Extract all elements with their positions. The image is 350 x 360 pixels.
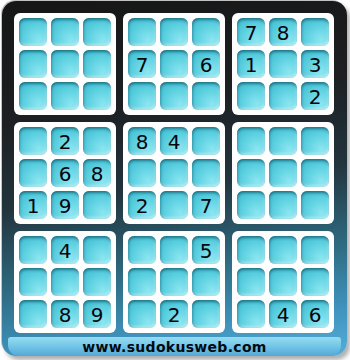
cell-r6c4: 2 bbox=[128, 191, 156, 219]
cell-r4c2: 2 bbox=[51, 127, 79, 155]
cell-r4c4: 8 bbox=[128, 127, 156, 155]
cell-r9c1[interactable] bbox=[19, 300, 47, 328]
cell-r3c7[interactable] bbox=[237, 82, 265, 110]
cell-r4c3[interactable] bbox=[83, 127, 111, 155]
cell-r6c3[interactable] bbox=[83, 191, 111, 219]
cell-r7c1[interactable] bbox=[19, 236, 47, 264]
cell-r6c8[interactable] bbox=[269, 191, 297, 219]
cell-r8c1[interactable] bbox=[19, 268, 47, 296]
cell-r3c9: 2 bbox=[301, 82, 329, 110]
cell-r9c2: 8 bbox=[51, 300, 79, 328]
cell-r7c6: 5 bbox=[192, 236, 220, 264]
cell-r6c5[interactable] bbox=[160, 191, 188, 219]
cell-r3c4[interactable] bbox=[128, 82, 156, 110]
cell-r7c3[interactable] bbox=[83, 236, 111, 264]
cell-r6c1: 1 bbox=[19, 191, 47, 219]
cell-r3c6[interactable] bbox=[192, 82, 220, 110]
cell-r7c4[interactable] bbox=[128, 236, 156, 264]
box-5: 8427 bbox=[123, 122, 225, 224]
box-4: 26819 bbox=[14, 122, 116, 224]
cell-r5c5[interactable] bbox=[160, 159, 188, 187]
cell-r9c3: 9 bbox=[83, 300, 111, 328]
box-1 bbox=[14, 13, 116, 115]
sudoku-frame: 76781322681984274895246 www.sudokusweb.c… bbox=[2, 1, 347, 356]
cell-r1c5[interactable] bbox=[160, 18, 188, 46]
cell-r1c6[interactable] bbox=[192, 18, 220, 46]
cell-r6c9[interactable] bbox=[301, 191, 329, 219]
cell-r7c5[interactable] bbox=[160, 236, 188, 264]
cell-r9c4[interactable] bbox=[128, 300, 156, 328]
cell-r7c8[interactable] bbox=[269, 236, 297, 264]
cell-r4c7[interactable] bbox=[237, 127, 265, 155]
box-8: 52 bbox=[123, 231, 225, 333]
cell-r5c4[interactable] bbox=[128, 159, 156, 187]
cell-r8c3[interactable] bbox=[83, 268, 111, 296]
cell-r4c1[interactable] bbox=[19, 127, 47, 155]
cell-r9c6[interactable] bbox=[192, 300, 220, 328]
cell-r5c6[interactable] bbox=[192, 159, 220, 187]
cell-r3c1[interactable] bbox=[19, 82, 47, 110]
cell-r2c8[interactable] bbox=[269, 50, 297, 78]
cell-r1c3[interactable] bbox=[83, 18, 111, 46]
cell-r8c6[interactable] bbox=[192, 268, 220, 296]
box-9: 46 bbox=[232, 231, 334, 333]
cell-r2c9: 3 bbox=[301, 50, 329, 78]
website-link[interactable]: www.sudokusweb.com bbox=[82, 339, 266, 355]
cell-r5c2: 6 bbox=[51, 159, 79, 187]
cell-r6c2: 9 bbox=[51, 191, 79, 219]
cell-r6c7[interactable] bbox=[237, 191, 265, 219]
sudoku-board: 76781322681984274895246 bbox=[14, 13, 334, 333]
cell-r4c9[interactable] bbox=[301, 127, 329, 155]
cell-r8c4[interactable] bbox=[128, 268, 156, 296]
cell-r7c2: 4 bbox=[51, 236, 79, 264]
cell-r6c6: 7 bbox=[192, 191, 220, 219]
box-2: 76 bbox=[123, 13, 225, 115]
cell-r2c5[interactable] bbox=[160, 50, 188, 78]
cell-r1c2[interactable] bbox=[51, 18, 79, 46]
cell-r4c5: 4 bbox=[160, 127, 188, 155]
cell-r1c1[interactable] bbox=[19, 18, 47, 46]
cell-r1c4[interactable] bbox=[128, 18, 156, 46]
cell-r9c8: 4 bbox=[269, 300, 297, 328]
box-6 bbox=[232, 122, 334, 224]
cell-r3c8[interactable] bbox=[269, 82, 297, 110]
cell-r3c5[interactable] bbox=[160, 82, 188, 110]
cell-r3c3[interactable] bbox=[83, 82, 111, 110]
cell-r8c5[interactable] bbox=[160, 268, 188, 296]
cell-r4c8[interactable] bbox=[269, 127, 297, 155]
box-3: 78132 bbox=[232, 13, 334, 115]
cell-r2c2[interactable] bbox=[51, 50, 79, 78]
cell-r5c8[interactable] bbox=[269, 159, 297, 187]
cell-r5c9[interactable] bbox=[301, 159, 329, 187]
cell-r2c6: 6 bbox=[192, 50, 220, 78]
cell-r2c1[interactable] bbox=[19, 50, 47, 78]
cell-r4c6[interactable] bbox=[192, 127, 220, 155]
cell-r3c2[interactable] bbox=[51, 82, 79, 110]
box-7: 489 bbox=[14, 231, 116, 333]
cell-r2c7: 1 bbox=[237, 50, 265, 78]
cell-r5c7[interactable] bbox=[237, 159, 265, 187]
cell-r7c9[interactable] bbox=[301, 236, 329, 264]
cell-r5c3: 8 bbox=[83, 159, 111, 187]
footer-band: www.sudokusweb.com bbox=[8, 337, 341, 356]
cell-r1c7: 7 bbox=[237, 18, 265, 46]
cell-r9c5: 2 bbox=[160, 300, 188, 328]
cell-r9c9: 6 bbox=[301, 300, 329, 328]
cell-r1c8: 8 bbox=[269, 18, 297, 46]
cell-r5c1[interactable] bbox=[19, 159, 47, 187]
cell-r8c9[interactable] bbox=[301, 268, 329, 296]
cell-r8c8[interactable] bbox=[269, 268, 297, 296]
cell-r1c9[interactable] bbox=[301, 18, 329, 46]
cell-r2c3[interactable] bbox=[83, 50, 111, 78]
cell-r7c7[interactable] bbox=[237, 236, 265, 264]
cell-r9c7[interactable] bbox=[237, 300, 265, 328]
cell-r8c7[interactable] bbox=[237, 268, 265, 296]
cell-r2c4: 7 bbox=[128, 50, 156, 78]
cell-r8c2[interactable] bbox=[51, 268, 79, 296]
